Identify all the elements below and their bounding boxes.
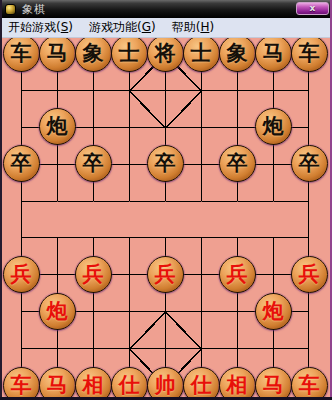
menu-label: ) (68, 20, 73, 34)
board-cell (93, 90, 129, 127)
board-cell (93, 201, 129, 238)
board-cell (129, 90, 165, 127)
piece-red-elephant[interactable]: 相 (219, 367, 256, 400)
menu-bar: 开始游戏(S) 游戏功能(G) 帮助(H) (0, 18, 332, 38)
board-cell (93, 311, 129, 348)
piece-red-cannon[interactable]: 炮 (255, 293, 292, 330)
piece-red-soldier[interactable]: 兵 (75, 256, 112, 293)
board-cell (57, 201, 93, 238)
title-bar[interactable]: 象棋 x (0, 0, 332, 18)
xiangqi-board[interactable]: 车马象士将士象马车炮炮卒卒卒卒卒兵兵兵兵兵炮炮车马相仕帅仕相马车 (0, 38, 332, 400)
menu-label: 游戏功能( (89, 20, 142, 34)
piece-black-elephant[interactable]: 象 (219, 38, 256, 72)
menu-label: ) (151, 20, 156, 34)
piece-red-elephant[interactable]: 相 (75, 367, 112, 400)
piece-black-soldier[interactable]: 卒 (291, 145, 328, 182)
piece-black-soldier[interactable]: 卒 (3, 145, 40, 182)
piece-red-horse[interactable]: 马 (39, 367, 76, 400)
menu-item-help[interactable]: 帮助(H) (164, 17, 222, 38)
piece-black-horse[interactable]: 马 (39, 38, 76, 72)
menu-label: 开始游戏( (8, 20, 61, 34)
piece-black-soldier[interactable]: 卒 (147, 145, 184, 182)
piece-black-horse[interactable]: 马 (255, 38, 292, 72)
board-cell (201, 311, 237, 348)
piece-red-chariot[interactable]: 车 (291, 367, 328, 400)
board-cell (201, 90, 237, 127)
piece-red-advisor[interactable]: 仕 (111, 367, 148, 400)
board-cell (201, 201, 237, 238)
piece-black-soldier[interactable]: 卒 (75, 145, 112, 182)
piece-black-cannon[interactable]: 炮 (39, 108, 76, 145)
piece-red-soldier[interactable]: 兵 (291, 256, 328, 293)
board-cell (237, 201, 273, 238)
app-icon (5, 4, 16, 15)
menu-label: ) (209, 20, 214, 34)
piece-black-chariot[interactable]: 车 (3, 38, 40, 72)
board-cell (165, 201, 201, 238)
menu-label: 帮助( (172, 20, 201, 34)
piece-black-soldier[interactable]: 卒 (219, 145, 256, 182)
piece-red-general[interactable]: 帅 (147, 367, 184, 400)
board-cell (129, 311, 165, 348)
menu-mnemonic: G (142, 20, 151, 34)
menu-item-start-game[interactable]: 开始游戏(S) (0, 17, 81, 38)
board-grid (21, 53, 309, 385)
board-cell (21, 201, 57, 238)
piece-black-chariot[interactable]: 车 (291, 38, 328, 72)
board-cell (165, 311, 201, 348)
piece-black-elephant[interactable]: 象 (75, 38, 112, 72)
window-title: 象棋 (22, 2, 46, 17)
piece-black-general[interactable]: 将 (147, 38, 184, 72)
board-cell (129, 201, 165, 238)
piece-red-cannon[interactable]: 炮 (39, 293, 76, 330)
piece-red-soldier[interactable]: 兵 (3, 256, 40, 293)
menu-item-game-functions[interactable]: 游戏功能(G) (81, 17, 164, 38)
close-button[interactable]: x (296, 2, 329, 15)
piece-black-advisor[interactable]: 士 (183, 38, 220, 72)
piece-red-soldier[interactable]: 兵 (219, 256, 256, 293)
piece-black-advisor[interactable]: 士 (111, 38, 148, 72)
board-cell (273, 201, 309, 238)
piece-red-chariot[interactable]: 车 (3, 367, 40, 400)
app-window: 象棋 x 开始游戏(S) 游戏功能(G) 帮助(H) 车马象士将士象马车炮炮卒卒… (0, 0, 332, 400)
piece-red-advisor[interactable]: 仕 (183, 367, 220, 400)
piece-red-soldier[interactable]: 兵 (147, 256, 184, 293)
piece-red-horse[interactable]: 马 (255, 367, 292, 400)
board-cell (165, 90, 201, 127)
piece-black-cannon[interactable]: 炮 (255, 108, 292, 145)
